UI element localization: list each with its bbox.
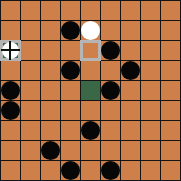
- white-stone: [81, 21, 100, 40]
- cell-r3c3[interactable]: [61, 61, 80, 80]
- cell-r7c4[interactable]: [81, 141, 100, 160]
- black-stone: [121, 61, 140, 80]
- black-stone: [61, 61, 80, 80]
- cell-r6c3[interactable]: [61, 121, 80, 140]
- black-stone: [101, 81, 120, 100]
- cell-r2c3[interactable]: [61, 41, 80, 60]
- game-board: [0, 0, 181, 181]
- cell-r1c8[interactable]: [161, 21, 180, 40]
- cell-r2c1[interactable]: [21, 41, 40, 60]
- cell-r2c4-square-marker[interactable]: [81, 41, 100, 60]
- cell-r5c8[interactable]: [161, 101, 180, 120]
- cell-r8c5[interactable]: [101, 161, 120, 180]
- cell-r8c3[interactable]: [61, 161, 80, 180]
- cell-r1c4[interactable]: [81, 21, 100, 40]
- cell-r8c0[interactable]: [1, 161, 20, 180]
- cell-r3c0[interactable]: [1, 61, 20, 80]
- cell-r4c4[interactable]: [81, 81, 100, 100]
- cell-r8c7[interactable]: [141, 161, 160, 180]
- cell-r6c1[interactable]: [21, 121, 40, 140]
- cell-r2c7[interactable]: [141, 41, 160, 60]
- cell-r1c6[interactable]: [121, 21, 140, 40]
- cell-r4c6[interactable]: [121, 81, 140, 100]
- cell-r4c8[interactable]: [161, 81, 180, 100]
- cell-r3c6[interactable]: [121, 61, 140, 80]
- cell-r0c3[interactable]: [61, 1, 80, 20]
- cell-r5c5[interactable]: [101, 101, 120, 120]
- cell-r1c1[interactable]: [21, 21, 40, 40]
- cell-r0c6[interactable]: [121, 1, 140, 20]
- cross-marker-horizontal: [1, 49, 20, 51]
- cell-r0c4[interactable]: [81, 1, 100, 20]
- cell-r1c7[interactable]: [141, 21, 160, 40]
- cell-r0c0[interactable]: [1, 1, 20, 20]
- cell-r4c2[interactable]: [41, 81, 60, 100]
- cell-r5c3[interactable]: [61, 101, 80, 120]
- cell-r3c1[interactable]: [21, 61, 40, 80]
- cell-r6c6[interactable]: [121, 121, 140, 140]
- black-stone: [1, 101, 20, 120]
- cell-r7c7[interactable]: [141, 141, 160, 160]
- cell-r7c5[interactable]: [101, 141, 120, 160]
- cell-r6c5[interactable]: [101, 121, 120, 140]
- cell-r3c4[interactable]: [81, 61, 100, 80]
- cell-r4c0[interactable]: [1, 81, 20, 100]
- cell-r8c4[interactable]: [81, 161, 100, 180]
- cell-r6c8[interactable]: [161, 121, 180, 140]
- cell-r3c5[interactable]: [101, 61, 120, 80]
- black-stone: [81, 121, 100, 140]
- cell-r7c0[interactable]: [1, 141, 20, 160]
- cell-r4c1[interactable]: [21, 81, 40, 100]
- black-stone: [61, 21, 80, 40]
- cell-r6c0[interactable]: [1, 121, 20, 140]
- cell-r3c8[interactable]: [161, 61, 180, 80]
- cell-r6c7[interactable]: [141, 121, 160, 140]
- black-stone: [61, 161, 80, 180]
- cell-r0c2[interactable]: [41, 1, 60, 20]
- cell-r6c2[interactable]: [41, 121, 60, 140]
- cell-r1c5[interactable]: [101, 21, 120, 40]
- cell-r0c1[interactable]: [21, 1, 40, 20]
- cell-r5c6[interactable]: [121, 101, 140, 120]
- cell-r8c6[interactable]: [121, 161, 140, 180]
- cell-r5c2[interactable]: [41, 101, 60, 120]
- cell-r5c4[interactable]: [81, 101, 100, 120]
- cell-r4c5[interactable]: [101, 81, 120, 100]
- cell-r7c1[interactable]: [21, 141, 40, 160]
- cell-r2c2[interactable]: [41, 41, 60, 60]
- cell-r2c0-square-frame-marker[interactable]: [1, 41, 20, 60]
- black-stone: [101, 161, 120, 180]
- black-stone: [1, 81, 20, 100]
- black-stone: [41, 141, 60, 160]
- cell-r7c6[interactable]: [121, 141, 140, 160]
- cell-r3c2[interactable]: [41, 61, 60, 80]
- cell-r1c0[interactable]: [1, 21, 20, 40]
- cell-r7c3[interactable]: [61, 141, 80, 160]
- cell-r5c1[interactable]: [21, 101, 40, 120]
- cell-r0c8[interactable]: [161, 1, 180, 20]
- cell-r6c4[interactable]: [81, 121, 100, 140]
- cell-r7c8[interactable]: [161, 141, 180, 160]
- cell-r0c5[interactable]: [101, 1, 120, 20]
- black-stone: [101, 41, 120, 60]
- cell-r8c8[interactable]: [161, 161, 180, 180]
- cell-r1c3[interactable]: [61, 21, 80, 40]
- cell-r5c7[interactable]: [141, 101, 160, 120]
- cell-r8c2[interactable]: [41, 161, 60, 180]
- cell-r0c7[interactable]: [141, 1, 160, 20]
- cell-r4c7[interactable]: [141, 81, 160, 100]
- cell-r2c5[interactable]: [101, 41, 120, 60]
- cell-r5c0[interactable]: [1, 101, 20, 120]
- cell-r8c1[interactable]: [21, 161, 40, 180]
- cell-r2c6[interactable]: [121, 41, 140, 60]
- cell-r1c2[interactable]: [41, 21, 60, 40]
- cell-r4c3[interactable]: [61, 81, 80, 100]
- cell-r7c2[interactable]: [41, 141, 60, 160]
- cell-r2c8[interactable]: [161, 41, 180, 60]
- cell-r3c7[interactable]: [141, 61, 160, 80]
